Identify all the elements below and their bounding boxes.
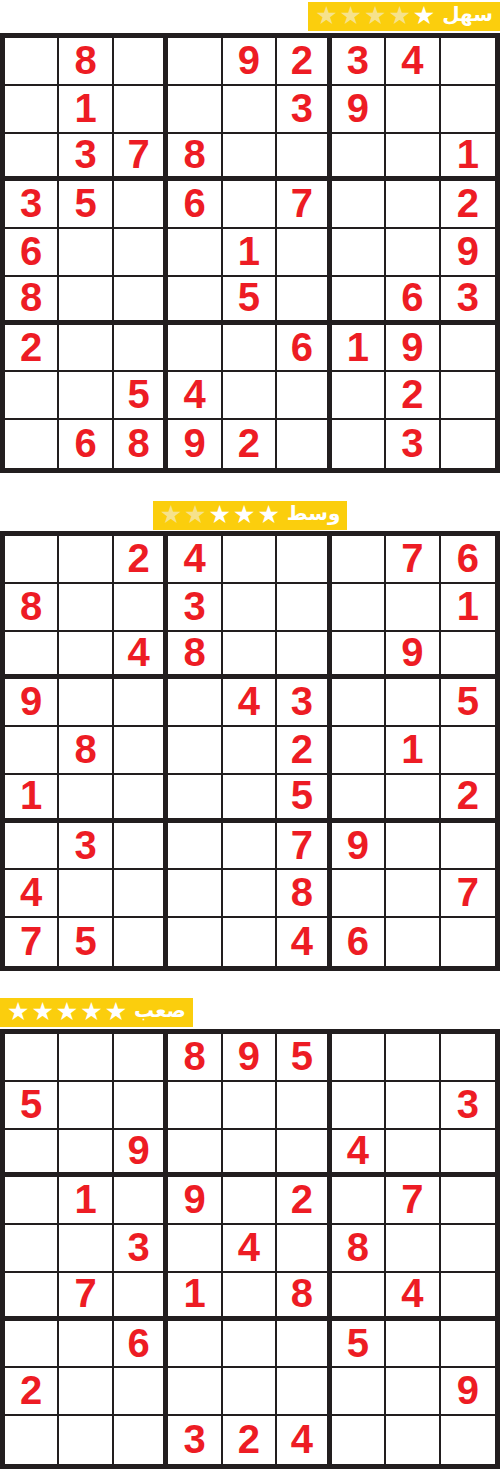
sudoku-cell-easy-r6c1: 8 [5,277,59,325]
sudoku-cell-easy-r3c7[interactable] [332,134,386,182]
sudoku-cell-hard-r9c8[interactable] [386,1416,440,1464]
star-icon-dim: ★ [315,3,337,28]
sudoku-cell-medium-r8c2[interactable] [59,870,113,918]
sudoku-cell-easy-r7c3[interactable] [114,325,168,373]
sudoku-cell-medium-r7c1[interactable] [5,823,59,871]
sudoku-cell-hard-r8c1: 2 [5,1368,59,1416]
sudoku-cell-medium-r3c2[interactable] [59,632,113,680]
sudoku-cell-medium-r6c7[interactable] [332,775,386,823]
sudoku-cell-easy-r3c2: 3 [59,134,113,182]
sudoku-cell-medium-r3c1[interactable] [5,632,59,680]
sudoku-cell-easy-r6c2[interactable] [59,277,113,325]
sudoku-cell-easy-r2c5[interactable] [223,86,277,134]
sudoku-grid-hard: 8955394192734871846529324 [0,1029,500,1469]
sudoku-cell-medium-r6c1: 1 [5,775,59,823]
sudoku-cell-hard-r3c9[interactable] [441,1130,495,1178]
sudoku-cell-easy-r2c4[interactable] [168,86,222,134]
sudoku-cell-medium-r6c6: 5 [277,775,331,823]
sudoku-cell-hard-r4c9[interactable] [441,1177,495,1225]
sudoku-grid-easy: 892341393781356726198563261954268923 [0,33,500,473]
sudoku-cell-easy-r9c5: 2 [223,420,277,468]
sudoku-cell-medium-r9c2: 5 [59,918,113,966]
sudoku-cell-hard-r3c2[interactable] [59,1130,113,1178]
puzzle-section-hard: ★★★★★ صعب 8955394192734871846529324 [0,998,500,1469]
sudoku-cell-easy-r2c9[interactable] [441,86,495,134]
sudoku-cell-medium-r4c7[interactable] [332,679,386,727]
sudoku-cell-hard-r4c4: 9 [168,1177,222,1225]
sudoku-cell-medium-r2c1: 8 [5,584,59,632]
star-icon-bright: ★ [7,999,29,1024]
sudoku-cell-easy-r1c5: 9 [223,38,277,86]
sudoku-cell-medium-r1c1[interactable] [5,536,59,584]
sudoku-cell-hard-r9c9[interactable] [441,1416,495,1464]
sudoku-cell-easy-r4c6: 7 [277,181,331,229]
sudoku-cell-hard-r5c2[interactable] [59,1225,113,1273]
sudoku-cell-medium-r9c5[interactable] [223,918,277,966]
sudoku-cell-easy-r6c9: 3 [441,277,495,325]
star-icon-bright: ★ [233,502,255,527]
difficulty-banner-hard: ★★★★★ صعب [0,998,193,1027]
sudoku-cell-easy-r6c6[interactable] [277,277,331,325]
sudoku-cell-easy-r8c5[interactable] [223,372,277,420]
sudoku-cell-hard-r1c3[interactable] [114,1034,168,1082]
sudoku-cell-easy-r7c5[interactable] [223,325,277,373]
sudoku-cell-medium-r3c9[interactable] [441,632,495,680]
sudoku-cell-easy-r7c9[interactable] [441,325,495,373]
sudoku-cell-hard-r3c8[interactable] [386,1130,440,1178]
sudoku-cell-hard-r8c2[interactable] [59,1368,113,1416]
sudoku-cell-hard-r2c8[interactable] [386,1082,440,1130]
sudoku-cell-hard-r8c9: 9 [441,1368,495,1416]
star-icon-dim: ★ [340,3,362,28]
sudoku-cell-easy-r5c7[interactable] [332,229,386,277]
sudoku-cell-easy-r3c1[interactable] [5,134,59,182]
sudoku-cell-easy-r3c6[interactable] [277,134,331,182]
sudoku-cell-easy-r8c6[interactable] [277,372,331,420]
sudoku-cell-medium-r3c4: 8 [168,632,222,680]
difficulty-stars-hard: ★★★★★ [7,1000,127,1025]
sudoku-cell-easy-r2c1[interactable] [5,86,59,134]
sudoku-cell-hard-r4c5[interactable] [223,1177,277,1225]
sudoku-cell-hard-r8c5[interactable] [223,1368,277,1416]
sudoku-cell-medium-r7c9[interactable] [441,823,495,871]
sudoku-cell-easy-r3c4: 8 [168,134,222,182]
sudoku-cell-medium-r5c7[interactable] [332,727,386,775]
sudoku-cell-hard-r1c1[interactable] [5,1034,59,1082]
sudoku-cell-hard-r5c8[interactable] [386,1225,440,1273]
sudoku-cell-easy-r6c4[interactable] [168,277,222,325]
sudoku-cell-easy-r8c8: 2 [386,372,440,420]
sudoku-cell-hard-r5c9[interactable] [441,1225,495,1273]
sudoku-cell-hard-r2c9: 3 [441,1082,495,1130]
sudoku-cell-easy-r9c3: 8 [114,420,168,468]
sudoku-cell-easy-r7c7: 1 [332,325,386,373]
sudoku-cell-medium-r7c7: 9 [332,823,386,871]
sudoku-cell-medium-r5c8: 1 [386,727,440,775]
sudoku-cell-hard-r2c4[interactable] [168,1082,222,1130]
sudoku-cell-easy-r5c2[interactable] [59,229,113,277]
sudoku-cell-easy-r2c3[interactable] [114,86,168,134]
sudoku-cell-easy-r9c9[interactable] [441,420,495,468]
sudoku-cell-hard-r9c2[interactable] [59,1416,113,1464]
puzzle-section-easy: ★★★★★ سهل 892341393781356726198563261954… [0,2,500,473]
sudoku-cell-hard-r2c7[interactable] [332,1082,386,1130]
sudoku-cell-medium-r9c3[interactable] [114,918,168,966]
sudoku-cell-hard-r6c3[interactable] [114,1273,168,1321]
sudoku-cell-hard-r9c3[interactable] [114,1416,168,1464]
sudoku-cell-easy-r8c2[interactable] [59,372,113,420]
sudoku-cell-hard-r8c7[interactable] [332,1368,386,1416]
sudoku-cell-medium-r3c5[interactable] [223,632,277,680]
star-icon-dim: ★ [160,502,182,527]
sudoku-cell-medium-r1c4: 4 [168,536,222,584]
sudoku-cell-hard-r1c6: 5 [277,1034,331,1082]
sudoku-cell-medium-r4c2[interactable] [59,679,113,727]
page: ★★★★★ سهل 892341393781356726198563261954… [0,2,500,1469]
sudoku-cell-medium-r4c9: 5 [441,679,495,727]
sudoku-cell-hard-r6c8: 4 [386,1273,440,1321]
sudoku-cell-medium-r8c3[interactable] [114,870,168,918]
sudoku-cell-hard-r1c5: 9 [223,1034,277,1082]
sudoku-cell-medium-r1c5[interactable] [223,536,277,584]
sudoku-cell-easy-r1c7: 3 [332,38,386,86]
sudoku-cell-easy-r8c9[interactable] [441,372,495,420]
sudoku-cell-medium-r5c9[interactable] [441,727,495,775]
sudoku-cell-medium-r9c4[interactable] [168,918,222,966]
sudoku-cell-medium-r3c6[interactable] [277,632,331,680]
sudoku-cell-medium-r8c6: 8 [277,870,331,918]
sudoku-cell-easy-r8c7[interactable] [332,372,386,420]
sudoku-cell-medium-r8c7[interactable] [332,870,386,918]
sudoku-cell-easy-r1c6: 2 [277,38,331,86]
sudoku-cell-easy-r1c9[interactable] [441,38,495,86]
sudoku-cell-easy-r9c6[interactable] [277,420,331,468]
star-icon-bright: ★ [80,999,102,1024]
sudoku-cell-hard-r3c5[interactable] [223,1130,277,1178]
difficulty-label-medium: وسط [287,503,341,523]
sudoku-cell-medium-r1c6[interactable] [277,536,331,584]
sudoku-cell-easy-r4c8[interactable] [386,181,440,229]
sudoku-cell-hard-r5c1[interactable] [5,1225,59,1273]
sudoku-cell-medium-r6c5[interactable] [223,775,277,823]
sudoku-cell-hard-r4c8: 7 [386,1177,440,1225]
sudoku-cell-hard-r4c2: 1 [59,1177,113,1225]
sudoku-cell-hard-r5c4[interactable] [168,1225,222,1273]
sudoku-cell-medium-r1c8: 7 [386,536,440,584]
sudoku-cell-medium-r9c8[interactable] [386,918,440,966]
puzzle-section-medium: ★★★★★ وسط 247683148994358211523794877546 [0,501,500,971]
sudoku-cell-easy-r6c7[interactable] [332,277,386,325]
sudoku-cell-easy-r7c6: 6 [277,325,331,373]
sudoku-cell-easy-r4c5[interactable] [223,181,277,229]
sudoku-cell-hard-r7c3: 6 [114,1321,168,1369]
sudoku-cell-hard-r3c6[interactable] [277,1130,331,1178]
sudoku-cell-hard-r1c4: 8 [168,1034,222,1082]
sudoku-cell-medium-r5c6: 2 [277,727,331,775]
star-icon-bright: ★ [257,502,279,527]
sudoku-cell-medium-r7c6: 7 [277,823,331,871]
sudoku-cell-easy-r9c2: 6 [59,420,113,468]
sudoku-cell-hard-r6c5[interactable] [223,1273,277,1321]
star-icon-dim: ★ [388,3,410,28]
sudoku-cell-medium-r8c5[interactable] [223,870,277,918]
sudoku-cell-medium-r4c3[interactable] [114,679,168,727]
sudoku-cell-hard-r3c4[interactable] [168,1130,222,1178]
star-icon-bright: ★ [56,999,78,1024]
sudoku-cell-hard-r2c3[interactable] [114,1082,168,1130]
sudoku-cell-hard-r6c2: 7 [59,1273,113,1321]
sudoku-cell-medium-r3c8: 9 [386,632,440,680]
sudoku-cell-medium-r9c7: 6 [332,918,386,966]
sudoku-cell-medium-r3c7[interactable] [332,632,386,680]
sudoku-cell-easy-r8c4: 4 [168,372,222,420]
difficulty-stars-easy: ★★★★★ [315,4,435,29]
sudoku-cell-easy-r7c8: 9 [386,325,440,373]
sudoku-cell-medium-r8c4[interactable] [168,870,222,918]
sudoku-cell-hard-r1c2[interactable] [59,1034,113,1082]
star-icon-bright: ★ [413,3,435,28]
sudoku-cell-hard-r8c3[interactable] [114,1368,168,1416]
sudoku-cell-hard-r5c5: 4 [223,1225,277,1273]
sudoku-cell-hard-r6c6: 8 [277,1273,331,1321]
star-icon-dim: ★ [184,502,206,527]
sudoku-cell-easy-r1c2: 8 [59,38,113,86]
sudoku-cell-hard-r4c3[interactable] [114,1177,168,1225]
sudoku-cell-hard-r2c6[interactable] [277,1082,331,1130]
sudoku-cell-easy-r5c5: 1 [223,229,277,277]
sudoku-cell-easy-r1c1[interactable] [5,38,59,86]
sudoku-cell-medium-r2c3[interactable] [114,584,168,632]
sudoku-cell-easy-r7c2[interactable] [59,325,113,373]
sudoku-cell-hard-r2c2[interactable] [59,1082,113,1130]
sudoku-cell-medium-r9c1: 7 [5,918,59,966]
sudoku-cell-hard-r7c4[interactable] [168,1321,222,1369]
sudoku-cell-hard-r3c1[interactable] [5,1130,59,1178]
sudoku-cell-hard-r6c9[interactable] [441,1273,495,1321]
sudoku-cell-easy-r5c6[interactable] [277,229,331,277]
sudoku-cell-medium-r4c1: 9 [5,679,59,727]
sudoku-cell-easy-r5c1: 6 [5,229,59,277]
sudoku-cell-medium-r8c8[interactable] [386,870,440,918]
sudoku-cell-hard-r3c7: 4 [332,1130,386,1178]
sudoku-cell-medium-r1c3: 2 [114,536,168,584]
sudoku-cell-hard-r1c9[interactable] [441,1034,495,1082]
sudoku-cell-medium-r4c6: 3 [277,679,331,727]
sudoku-cell-medium-r5c2: 8 [59,727,113,775]
sudoku-cell-medium-r5c4[interactable] [168,727,222,775]
sudoku-cell-easy-r3c8[interactable] [386,134,440,182]
sudoku-cell-easy-r1c3[interactable] [114,38,168,86]
sudoku-cell-hard-r8c8[interactable] [386,1368,440,1416]
sudoku-cell-hard-r6c1[interactable] [5,1273,59,1321]
sudoku-cell-medium-r2c7[interactable] [332,584,386,632]
sudoku-cell-medium-r1c9: 6 [441,536,495,584]
sudoku-cell-medium-r6c9: 2 [441,775,495,823]
sudoku-cell-hard-r9c6: 4 [277,1416,331,1464]
sudoku-cell-hard-r7c9[interactable] [441,1321,495,1369]
sudoku-cell-medium-r5c5[interactable] [223,727,277,775]
sudoku-cell-medium-r7c4[interactable] [168,823,222,871]
sudoku-cell-medium-r2c4: 3 [168,584,222,632]
sudoku-cell-easy-r6c5: 5 [223,277,277,325]
sudoku-cell-easy-r9c8: 3 [386,420,440,468]
sudoku-cell-easy-r4c9: 2 [441,181,495,229]
sudoku-cell-easy-r5c4[interactable] [168,229,222,277]
sudoku-cell-hard-r4c1[interactable] [5,1177,59,1225]
sudoku-cell-medium-r7c5[interactable] [223,823,277,871]
sudoku-cell-medium-r2c2[interactable] [59,584,113,632]
sudoku-cell-easy-r5c9: 9 [441,229,495,277]
sudoku-cell-medium-r1c2[interactable] [59,536,113,584]
sudoku-cell-easy-r7c4[interactable] [168,325,222,373]
sudoku-cell-hard-r9c4: 3 [168,1416,222,1464]
sudoku-cell-medium-r5c1[interactable] [5,727,59,775]
sudoku-cell-easy-r9c4: 9 [168,420,222,468]
sudoku-cell-easy-r4c2: 5 [59,181,113,229]
sudoku-cell-easy-r3c9: 1 [441,134,495,182]
sudoku-cell-easy-r9c1[interactable] [5,420,59,468]
sudoku-cell-medium-r8c1: 4 [5,870,59,918]
sudoku-cell-easy-r9c7[interactable] [332,420,386,468]
sudoku-cell-easy-r1c8: 4 [386,38,440,86]
sudoku-cell-medium-r6c2[interactable] [59,775,113,823]
sudoku-cell-hard-r9c7[interactable] [332,1416,386,1464]
sudoku-cell-hard-r2c5[interactable] [223,1082,277,1130]
sudoku-cell-easy-r2c8[interactable] [386,86,440,134]
sudoku-cell-medium-r2c5[interactable] [223,584,277,632]
sudoku-cell-hard-r4c7[interactable] [332,1177,386,1225]
sudoku-cell-hard-r7c1[interactable] [5,1321,59,1369]
difficulty-label-hard: صعب [134,1000,186,1020]
sudoku-cell-hard-r7c6[interactable] [277,1321,331,1369]
sudoku-cell-medium-r5c3[interactable] [114,727,168,775]
sudoku-cell-easy-r7c1: 2 [5,325,59,373]
difficulty-stars-medium: ★★★★★ [160,503,280,528]
sudoku-cell-hard-r4c6: 2 [277,1177,331,1225]
sudoku-cell-medium-r1c7[interactable] [332,536,386,584]
sudoku-cell-easy-r4c1: 3 [5,181,59,229]
sudoku-cell-easy-r3c5[interactable] [223,134,277,182]
sudoku-cell-medium-r7c2: 3 [59,823,113,871]
sudoku-cell-medium-r2c8[interactable] [386,584,440,632]
sudoku-cell-easy-r5c3[interactable] [114,229,168,277]
sudoku-cell-easy-r4c3[interactable] [114,181,168,229]
sudoku-cell-easy-r6c8: 6 [386,277,440,325]
sudoku-cell-easy-r2c7: 9 [332,86,386,134]
sudoku-cell-hard-r6c7[interactable] [332,1273,386,1321]
sudoku-cell-hard-r7c2[interactable] [59,1321,113,1369]
sudoku-cell-hard-r8c4[interactable] [168,1368,222,1416]
sudoku-cell-hard-r5c3: 3 [114,1225,168,1273]
sudoku-cell-easy-r8c3: 5 [114,372,168,420]
sudoku-cell-hard-r3c3: 9 [114,1130,168,1178]
sudoku-cell-hard-r2c1: 5 [5,1082,59,1130]
difficulty-label-easy: سهل [442,4,493,24]
sudoku-cell-easy-r6c3[interactable] [114,277,168,325]
sudoku-cell-hard-r9c1[interactable] [5,1416,59,1464]
sudoku-cell-hard-r9c5: 2 [223,1416,277,1464]
sudoku-cell-medium-r7c3[interactable] [114,823,168,871]
sudoku-cell-hard-r7c8[interactable] [386,1321,440,1369]
sudoku-cell-hard-r8c6[interactable] [277,1368,331,1416]
sudoku-cell-medium-r9c6: 4 [277,918,331,966]
sudoku-cell-medium-r8c9: 7 [441,870,495,918]
sudoku-cell-medium-r6c8[interactable] [386,775,440,823]
sudoku-cell-medium-r4c8[interactable] [386,679,440,727]
star-icon-bright: ★ [105,999,127,1024]
sudoku-cell-easy-r2c2: 1 [59,86,113,134]
sudoku-cell-hard-r1c8[interactable] [386,1034,440,1082]
sudoku-cell-medium-r4c4[interactable] [168,679,222,727]
sudoku-cell-easy-r2c6: 3 [277,86,331,134]
star-icon-bright: ★ [31,999,53,1024]
sudoku-cell-medium-r2c9: 1 [441,584,495,632]
sudoku-cell-medium-r3c3: 4 [114,632,168,680]
sudoku-cell-medium-r6c4[interactable] [168,775,222,823]
sudoku-cell-easy-r4c4: 6 [168,181,222,229]
sudoku-cell-hard-r5c6[interactable] [277,1225,331,1273]
difficulty-banner-easy: ★★★★★ سهل [308,2,500,31]
sudoku-cell-medium-r4c5: 4 [223,679,277,727]
sudoku-cell-medium-r7c8[interactable] [386,823,440,871]
sudoku-cell-easy-r4c7[interactable] [332,181,386,229]
difficulty-banner-medium: ★★★★★ وسط [153,501,348,530]
sudoku-cell-hard-r7c7: 5 [332,1321,386,1369]
sudoku-cell-hard-r7c5[interactable] [223,1321,277,1369]
sudoku-cell-easy-r3c3: 7 [114,134,168,182]
sudoku-cell-hard-r6c4: 1 [168,1273,222,1321]
star-icon-bright: ★ [209,502,231,527]
sudoku-cell-medium-r6c3[interactable] [114,775,168,823]
star-icon-dim: ★ [364,3,386,28]
sudoku-cell-easy-r5c8[interactable] [386,229,440,277]
sudoku-cell-medium-r2c6[interactable] [277,584,331,632]
sudoku-cell-easy-r1c4[interactable] [168,38,222,86]
sudoku-grid-medium: 247683148994358211523794877546 [0,531,500,971]
sudoku-cell-hard-r5c7: 8 [332,1225,386,1273]
sudoku-cell-hard-r1c7[interactable] [332,1034,386,1082]
sudoku-cell-medium-r9c9[interactable] [441,918,495,966]
sudoku-cell-easy-r8c1[interactable] [5,372,59,420]
